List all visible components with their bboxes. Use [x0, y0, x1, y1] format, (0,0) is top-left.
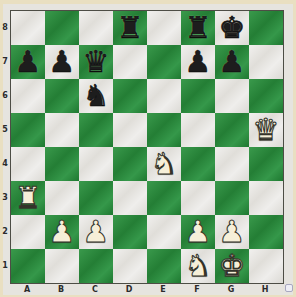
square-g4[interactable]: [215, 147, 249, 181]
piece-white-queen[interactable]: ♛: [253, 113, 280, 147]
square-f8[interactable]: ♜: [181, 11, 215, 45]
square-g6[interactable]: [215, 79, 249, 113]
square-g3[interactable]: [215, 181, 249, 215]
square-b3[interactable]: [45, 181, 79, 215]
piece-black-rook[interactable]: ♜: [185, 11, 212, 45]
square-f4[interactable]: [181, 147, 215, 181]
piece-white-king[interactable]: ♚: [219, 249, 246, 283]
square-f1[interactable]: ♞: [181, 249, 215, 283]
square-h3[interactable]: [249, 181, 283, 215]
square-d1[interactable]: [113, 249, 147, 283]
square-d6[interactable]: [113, 79, 147, 113]
square-a7[interactable]: ♟: [11, 45, 45, 79]
square-b2[interactable]: ♟: [45, 215, 79, 249]
file-label-f: F: [180, 283, 214, 296]
square-h5[interactable]: ♛: [249, 113, 283, 147]
square-b1[interactable]: [45, 249, 79, 283]
square-f7[interactable]: ♟: [181, 45, 215, 79]
square-d4[interactable]: [113, 147, 147, 181]
square-h4[interactable]: [249, 147, 283, 181]
square-e1[interactable]: [147, 249, 181, 283]
square-h1[interactable]: [249, 249, 283, 283]
square-b6[interactable]: [45, 79, 79, 113]
square-b4[interactable]: [45, 147, 79, 181]
square-d7[interactable]: [113, 45, 147, 79]
square-e2[interactable]: [147, 215, 181, 249]
square-e4[interactable]: ♞: [147, 147, 181, 181]
file-label-b: B: [44, 283, 78, 296]
piece-black-king[interactable]: ♚: [219, 11, 246, 45]
rank-label-6: 6: [0, 78, 10, 112]
chess-diagram-page: ♜♜♚♟♟♛♟♟♞♛♞♜♟♟♟♟♞♚ 87654321 ABCDEFGH: [0, 0, 296, 297]
square-d5[interactable]: [113, 113, 147, 147]
square-c8[interactable]: [79, 11, 113, 45]
square-e6[interactable]: [147, 79, 181, 113]
square-a4[interactable]: [11, 147, 45, 181]
square-c1[interactable]: [79, 249, 113, 283]
square-h7[interactable]: [249, 45, 283, 79]
frame-edge-right: [293, 0, 296, 297]
rank-label-2: 2: [0, 214, 10, 248]
piece-black-pawn[interactable]: ♟: [15, 45, 42, 79]
square-d8[interactable]: ♜: [113, 11, 147, 45]
square-g8[interactable]: ♚: [215, 11, 249, 45]
square-a5[interactable]: [11, 113, 45, 147]
square-c5[interactable]: [79, 113, 113, 147]
square-a1[interactable]: [11, 249, 45, 283]
square-h8[interactable]: [249, 11, 283, 45]
piece-white-knight[interactable]: ♞: [185, 249, 212, 283]
file-label-d: D: [112, 283, 146, 296]
rank-label-3: 3: [0, 180, 10, 214]
square-b5[interactable]: [45, 113, 79, 147]
piece-white-pawn[interactable]: ♟: [185, 215, 212, 249]
square-c4[interactable]: [79, 147, 113, 181]
square-a6[interactable]: [11, 79, 45, 113]
file-label-c: C: [78, 283, 112, 296]
square-e8[interactable]: [147, 11, 181, 45]
rank-label-4: 4: [0, 146, 10, 180]
square-e3[interactable]: [147, 181, 181, 215]
square-g1[interactable]: ♚: [215, 249, 249, 283]
rank-label-8: 8: [0, 10, 10, 44]
square-e5[interactable]: [147, 113, 181, 147]
square-g5[interactable]: [215, 113, 249, 147]
square-d3[interactable]: [113, 181, 147, 215]
square-f6[interactable]: [181, 79, 215, 113]
piece-white-pawn[interactable]: ♟: [219, 215, 246, 249]
square-a3[interactable]: ♜: [11, 181, 45, 215]
side-to-move-indicator: [285, 284, 293, 292]
square-c7[interactable]: ♛: [79, 45, 113, 79]
piece-white-rook[interactable]: ♜: [15, 181, 42, 215]
piece-white-pawn[interactable]: ♟: [49, 215, 76, 249]
rank-label-1: 1: [0, 248, 10, 282]
frame-edge-top: [0, 0, 296, 4]
piece-black-queen[interactable]: ♛: [83, 45, 110, 79]
square-e7[interactable]: [147, 45, 181, 79]
piece-black-pawn[interactable]: ♟: [219, 45, 246, 79]
rank-label-5: 5: [0, 112, 10, 146]
piece-white-knight[interactable]: ♞: [151, 147, 178, 181]
rank-label-7: 7: [0, 44, 10, 78]
square-h2[interactable]: [249, 215, 283, 249]
square-c3[interactable]: [79, 181, 113, 215]
square-b7[interactable]: ♟: [45, 45, 79, 79]
chess-board[interactable]: ♜♜♚♟♟♛♟♟♞♛♞♜♟♟♟♟♞♚: [10, 10, 284, 284]
square-f2[interactable]: ♟: [181, 215, 215, 249]
piece-black-pawn[interactable]: ♟: [185, 45, 212, 79]
square-f5[interactable]: [181, 113, 215, 147]
square-h6[interactable]: [249, 79, 283, 113]
square-b8[interactable]: [45, 11, 79, 45]
square-c2[interactable]: ♟: [79, 215, 113, 249]
square-g7[interactable]: ♟: [215, 45, 249, 79]
square-a8[interactable]: [11, 11, 45, 45]
square-a2[interactable]: [11, 215, 45, 249]
square-f3[interactable]: [181, 181, 215, 215]
file-label-a: A: [10, 283, 44, 296]
file-label-g: G: [214, 283, 248, 296]
piece-white-pawn[interactable]: ♟: [83, 215, 110, 249]
file-label-e: E: [146, 283, 180, 296]
square-g2[interactable]: ♟: [215, 215, 249, 249]
square-d2[interactable]: [113, 215, 147, 249]
piece-black-knight[interactable]: ♞: [83, 79, 110, 113]
file-label-h: H: [248, 283, 282, 296]
square-c6[interactable]: ♞: [79, 79, 113, 113]
piece-black-pawn[interactable]: ♟: [49, 45, 76, 79]
piece-black-rook[interactable]: ♜: [117, 11, 144, 45]
